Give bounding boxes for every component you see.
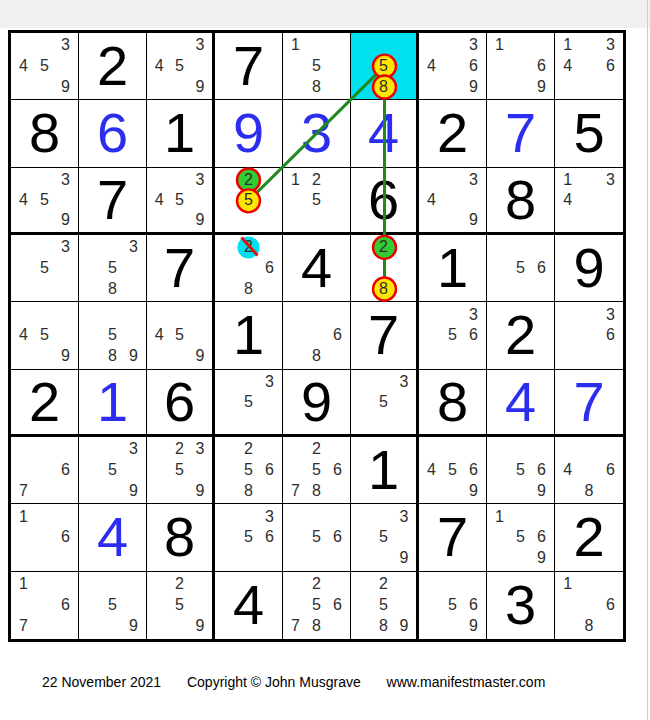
candidate-grid: 2589	[351, 572, 416, 639]
candidate-7	[149, 346, 169, 367]
candidate-8: 8	[238, 481, 259, 502]
candidate-9: 9	[190, 77, 210, 98]
candidate-6: 6	[55, 527, 76, 548]
candidate-3: 3	[190, 35, 210, 56]
candidate-1: 1	[557, 35, 578, 56]
cell-r1c1[interactable]: 3459	[11, 33, 79, 100]
candidate-3	[600, 574, 621, 595]
candidate-1	[217, 506, 238, 527]
cell-r5c6[interactable]: 7	[351, 302, 419, 369]
candidate-9	[531, 279, 552, 300]
cell-r5c5[interactable]: 68	[283, 302, 351, 369]
candidate-7	[285, 77, 306, 98]
given-digit: 8	[29, 105, 60, 161]
candidate-3: 3	[463, 304, 484, 325]
candidate-3	[463, 574, 484, 595]
candidate-6: 6	[531, 56, 552, 77]
cell-r5c4[interactable]: 1	[215, 302, 283, 369]
cell-r2c8[interactable]: 7	[487, 100, 555, 167]
cell-r2c5[interactable]: 3	[283, 100, 351, 167]
candidate-7	[421, 346, 442, 367]
candidate-4	[353, 258, 373, 279]
cell-r4c9[interactable]: 9	[555, 235, 623, 302]
candidate-7	[13, 210, 34, 230]
candidate-4: 4	[421, 56, 442, 77]
candidate-4: 4	[13, 325, 34, 346]
candidate-grid: 25678	[283, 572, 350, 639]
candidate-9	[600, 210, 621, 230]
candidate-4	[285, 460, 306, 481]
candidate-2	[442, 170, 463, 190]
candidate-1	[13, 237, 34, 258]
candidate-3	[531, 506, 552, 527]
candidate-grid: 59	[79, 572, 146, 639]
candidate-3: 3	[55, 237, 76, 258]
candidate-9: 9	[531, 481, 552, 502]
cell-r8c4[interactable]: 356	[215, 504, 283, 571]
cell-r9c7[interactable]: 569	[419, 572, 487, 639]
candidate-2: 2	[169, 439, 189, 460]
candidate-grid: 3459	[11, 33, 78, 99]
candidate-9: 9	[55, 210, 76, 230]
candidate-4	[353, 527, 373, 548]
cell-r4c1[interactable]: 35	[11, 235, 79, 302]
given-digit: 2	[573, 509, 604, 565]
candidate-6	[394, 392, 414, 412]
cell-r1c3[interactable]: 3459	[147, 33, 215, 100]
candidate-5	[34, 460, 55, 481]
candidate-5	[578, 325, 599, 346]
candidate-1: 1	[13, 574, 34, 595]
candidate-6: 6	[327, 595, 348, 616]
cell-r4c7[interactable]: 1	[419, 235, 487, 302]
candidate-7	[285, 210, 306, 230]
cell-r4c8[interactable]: 56	[487, 235, 555, 302]
candidate-4	[489, 258, 510, 279]
candidate-8	[34, 548, 55, 569]
cell-r1c8[interactable]: 169	[487, 33, 555, 100]
candidate-3: 3	[123, 439, 144, 460]
candidate-3	[123, 574, 144, 595]
cell-r8c6[interactable]: 359	[351, 504, 419, 571]
candidate-6: 6	[463, 325, 484, 346]
candidate-4	[421, 595, 442, 616]
given-digit: 5	[573, 105, 604, 161]
cell-r9c2[interactable]: 59	[79, 572, 147, 639]
candidate-5	[510, 56, 531, 77]
candidate-3	[531, 439, 552, 460]
cell-r7c5[interactable]: 25678	[283, 437, 351, 504]
candidate-grid: 36	[555, 302, 623, 368]
candidate-8	[34, 481, 55, 502]
candidate-9	[600, 616, 621, 637]
cell-r8c7[interactable]: 7	[419, 504, 487, 571]
footer-website: www.manifestmaster.com	[387, 674, 546, 690]
candidate-4	[13, 258, 34, 279]
candidate-2	[442, 574, 463, 595]
cell-r3c3[interactable]: 3459	[147, 168, 215, 235]
candidate-2	[578, 35, 599, 56]
candidate-5: 5	[169, 325, 189, 346]
cell-r2c3[interactable]: 1	[147, 100, 215, 167]
candidate-9: 9	[123, 616, 144, 637]
candidate-7: 7	[13, 616, 34, 637]
candidate-grid: 569	[487, 437, 554, 503]
candidate-9: 9	[190, 481, 210, 502]
candidate-7	[421, 616, 442, 637]
candidate-1	[557, 439, 578, 460]
candidate-2	[306, 506, 327, 527]
cell-r6c4[interactable]: 35	[215, 370, 283, 437]
candidate-7	[149, 616, 169, 637]
candidate-5: 5	[442, 325, 463, 346]
cell-r8c8[interactable]: 1569	[487, 504, 555, 571]
candidate-4	[81, 325, 102, 346]
cell-r8c9[interactable]: 2	[555, 504, 623, 571]
candidate-6	[259, 392, 280, 412]
candidate-3	[190, 574, 210, 595]
candidate-9	[600, 346, 621, 367]
cell-r2c6[interactable]: 4	[351, 100, 419, 167]
candidate-7	[149, 481, 169, 502]
cell-r2c9[interactable]: 5	[555, 100, 623, 167]
cell-r5c1[interactable]: 459	[11, 302, 79, 369]
candidate-2	[102, 237, 123, 258]
candidate-9: 9	[394, 616, 414, 637]
cell-r7c1[interactable]: 67	[11, 437, 79, 504]
candidate-1	[149, 170, 169, 190]
cell-r3c5[interactable]: 125	[283, 168, 351, 235]
candidate-5: 5	[34, 258, 55, 279]
candidate-1	[13, 35, 34, 56]
cell-r1c2[interactable]: 2	[79, 33, 147, 100]
cell-r3c9[interactable]: 134	[555, 168, 623, 235]
solved-digit: 7	[505, 105, 536, 161]
candidate-8	[442, 77, 463, 98]
cell-r8c5[interactable]: 56	[283, 504, 351, 571]
footer-caption: 22 November 2021 Copyright © John Musgra…	[42, 674, 642, 690]
candidate-3	[327, 304, 348, 325]
candidate-1: 1	[489, 506, 510, 527]
cell-r9c3[interactable]: 259	[147, 572, 215, 639]
cell-r1c7[interactable]: 3469	[419, 33, 487, 100]
candidate-6	[190, 325, 210, 346]
cell-r3c4[interactable]: 25	[215, 168, 283, 235]
candidate-1	[217, 170, 238, 190]
cell-r7c8[interactable]: 569	[487, 437, 555, 504]
candidate-1	[149, 439, 169, 460]
candidate-9	[327, 210, 348, 230]
cell-r8c3[interactable]: 8	[147, 504, 215, 571]
candidate-9	[259, 548, 280, 569]
candidate-9	[327, 346, 348, 367]
candidate-9: 9	[463, 616, 484, 637]
cell-r1c6[interactable]: 58	[351, 33, 419, 100]
candidate-6: 6	[531, 460, 552, 481]
candidate-9	[327, 616, 348, 637]
cell-r1c9[interactable]: 1346	[555, 33, 623, 100]
candidate-3: 3	[463, 35, 484, 56]
candidate-3	[259, 237, 280, 258]
candidate-6: 6	[463, 56, 484, 77]
cell-r4c5[interactable]: 4	[283, 235, 351, 302]
candidate-8	[169, 481, 189, 502]
candidate-5: 5	[306, 56, 327, 77]
candidate-4	[149, 595, 169, 616]
candidate-2: 2	[238, 237, 259, 258]
cell-r1c5[interactable]: 158	[283, 33, 351, 100]
candidate-grid: 158	[283, 33, 350, 99]
cell-r3c1[interactable]: 3459	[11, 168, 79, 235]
cell-r7c7[interactable]: 4569	[419, 437, 487, 504]
candidate-5	[34, 527, 55, 548]
candidate-grid: 1569	[487, 504, 554, 570]
candidate-8	[169, 210, 189, 230]
candidate-grid: 134	[555, 168, 623, 232]
cell-r6c1[interactable]: 2	[11, 370, 79, 437]
candidate-9: 9	[55, 77, 76, 98]
cell-r9c4[interactable]: 4	[215, 572, 283, 639]
candidate-8	[578, 346, 599, 367]
cell-r1c4[interactable]: 7	[215, 33, 283, 100]
candidate-grid: 168	[555, 572, 623, 639]
candidate-9	[600, 77, 621, 98]
candidate-5: 5	[306, 190, 327, 210]
candidate-2	[510, 35, 531, 56]
cell-r7c2[interactable]: 359	[79, 437, 147, 504]
candidate-4	[353, 392, 373, 412]
candidate-9	[394, 77, 414, 98]
candidate-6: 6	[600, 325, 621, 346]
candidate-3: 3	[259, 506, 280, 527]
candidate-1	[285, 574, 306, 595]
candidate-1	[489, 439, 510, 460]
candidate-1	[149, 304, 169, 325]
candidate-7	[557, 616, 578, 637]
candidate-7	[353, 77, 373, 98]
cell-r4c3[interactable]: 7	[147, 235, 215, 302]
candidate-9	[259, 279, 280, 300]
candidate-3	[327, 506, 348, 527]
candidate-3: 3	[394, 372, 414, 392]
candidate-6: 6	[600, 460, 621, 481]
solved-digit: 3	[301, 105, 332, 161]
cell-r4c4[interactable]: 268	[215, 235, 283, 302]
candidate-2: 2	[238, 439, 259, 460]
candidate-grid: 67	[11, 437, 78, 503]
candidate-3	[55, 574, 76, 595]
cell-r3c8[interactable]: 8	[487, 168, 555, 235]
candidate-4	[489, 527, 510, 548]
candidate-9: 9	[463, 77, 484, 98]
candidate-2	[510, 506, 531, 527]
cell-r9c5[interactable]: 25678	[283, 572, 351, 639]
candidate-8	[102, 616, 123, 637]
given-digit: 6	[368, 172, 399, 228]
candidate-8	[578, 77, 599, 98]
candidate-1	[353, 574, 373, 595]
candidate-9: 9	[463, 481, 484, 502]
cell-r4c2[interactable]: 358	[79, 235, 147, 302]
cell-r8c2[interactable]: 4	[79, 504, 147, 571]
candidate-5	[306, 325, 327, 346]
cell-r6c6[interactable]: 35	[351, 370, 419, 437]
footer-copyright: Copyright © John Musgrave	[187, 674, 361, 690]
candidate-6	[394, 56, 414, 77]
candidate-8	[238, 210, 259, 230]
candidate-7	[81, 279, 102, 300]
candidate-2	[102, 439, 123, 460]
candidate-6	[55, 325, 76, 346]
cell-r3c7[interactable]: 349	[419, 168, 487, 235]
cell-r6c2[interactable]: 1	[79, 370, 147, 437]
candidate-7	[557, 210, 578, 230]
candidate-5: 5	[169, 460, 189, 481]
cell-r8c1[interactable]: 16	[11, 504, 79, 571]
candidate-7	[13, 346, 34, 367]
candidate-7	[489, 548, 510, 569]
candidate-3	[123, 304, 144, 325]
candidate-8: 8	[578, 616, 599, 637]
cell-r6c7[interactable]: 8	[419, 370, 487, 437]
cell-r7c9[interactable]: 468	[555, 437, 623, 504]
cell-r9c9[interactable]: 168	[555, 572, 623, 639]
candidate-9: 9	[190, 346, 210, 367]
candidate-1	[421, 574, 442, 595]
solved-digit: 7	[573, 374, 604, 430]
candidate-9	[123, 279, 144, 300]
candidate-2: 2	[373, 574, 393, 595]
cell-r6c3[interactable]: 6	[147, 370, 215, 437]
candidate-4	[81, 258, 102, 279]
candidate-8: 8	[306, 346, 327, 367]
candidate-2	[169, 304, 189, 325]
candidate-2	[169, 170, 189, 190]
sudoku-board: 3459234597158583469169134686193427534597…	[8, 30, 626, 642]
candidate-2	[442, 35, 463, 56]
given-digit: 1	[233, 307, 264, 363]
cell-r5c8[interactable]: 2	[487, 302, 555, 369]
candidate-1: 1	[285, 35, 306, 56]
given-digit: 7	[437, 509, 468, 565]
candidate-8	[442, 481, 463, 502]
candidate-1: 1	[557, 574, 578, 595]
candidate-3	[531, 35, 552, 56]
cell-r9c8[interactable]: 3	[487, 572, 555, 639]
candidate-7	[13, 279, 34, 300]
candidate-8	[169, 346, 189, 367]
cell-r5c7[interactable]: 356	[419, 302, 487, 369]
candidate-1: 1	[13, 506, 34, 527]
candidate-7	[557, 77, 578, 98]
candidate-7	[353, 279, 373, 300]
cell-r2c1[interactable]: 8	[11, 100, 79, 167]
candidate-6: 6	[600, 56, 621, 77]
candidate-1	[217, 237, 238, 258]
cell-r2c2[interactable]: 6	[79, 100, 147, 167]
candidate-7	[557, 481, 578, 502]
candidate-1	[217, 439, 238, 460]
given-digit: 7	[164, 240, 195, 296]
candidate-9	[327, 481, 348, 502]
cell-r4c6[interactable]: 28	[351, 235, 419, 302]
candidate-7	[149, 77, 169, 98]
candidate-4: 4	[557, 190, 578, 210]
candidate-5: 5	[238, 460, 259, 481]
candidate-8	[510, 548, 531, 569]
cell-r5c9[interactable]: 36	[555, 302, 623, 369]
cell-r5c2[interactable]: 589	[79, 302, 147, 369]
cell-r5c3[interactable]: 459	[147, 302, 215, 369]
candidate-5: 5	[442, 595, 463, 616]
cell-r6c8[interactable]: 4	[487, 370, 555, 437]
given-digit: 9	[573, 240, 604, 296]
candidate-2	[102, 574, 123, 595]
candidate-9	[394, 279, 414, 300]
cell-r7c6[interactable]: 1	[351, 437, 419, 504]
candidate-5: 5	[373, 527, 393, 548]
cell-r6c9[interactable]: 7	[555, 370, 623, 437]
solved-digit: 9	[233, 105, 264, 161]
candidate-5: 5	[102, 460, 123, 481]
candidate-6	[123, 325, 144, 346]
candidate-4	[285, 190, 306, 210]
candidate-6	[190, 460, 210, 481]
cell-r2c4[interactable]: 9	[215, 100, 283, 167]
candidate-7: 7	[285, 616, 306, 637]
candidate-7	[285, 548, 306, 569]
cell-r7c4[interactable]: 2568	[215, 437, 283, 504]
candidate-8	[238, 412, 259, 432]
candidate-1	[13, 304, 34, 325]
cell-r6c5[interactable]: 9	[283, 370, 351, 437]
candidate-7	[353, 548, 373, 569]
candidate-5: 5	[238, 527, 259, 548]
candidate-9	[55, 279, 76, 300]
candidate-7	[557, 346, 578, 367]
cell-r9c6[interactable]: 2589	[351, 572, 419, 639]
candidate-6	[123, 460, 144, 481]
candidate-grid: 4569	[419, 437, 486, 503]
cell-r3c6[interactable]: 6	[351, 168, 419, 235]
candidate-7	[353, 412, 373, 432]
cell-r7c3[interactable]: 2359	[147, 437, 215, 504]
candidate-2	[373, 372, 393, 392]
candidate-7	[421, 481, 442, 502]
candidate-7: 7	[285, 481, 306, 502]
candidate-grid: 68	[283, 302, 350, 368]
candidate-6: 6	[55, 460, 76, 481]
candidate-9: 9	[463, 210, 484, 230]
cell-r2c7[interactable]: 2	[419, 100, 487, 167]
candidate-1	[353, 506, 373, 527]
candidate-6: 6	[600, 595, 621, 616]
candidate-grid: 3459	[147, 33, 212, 99]
given-digit: 8	[164, 509, 195, 565]
candidate-6	[190, 190, 210, 210]
cell-r9c1[interactable]: 167	[11, 572, 79, 639]
solved-digit: 4	[368, 105, 399, 161]
candidate-5: 5	[510, 460, 531, 481]
candidate-grid: 35	[351, 370, 416, 434]
candidate-6: 6	[259, 258, 280, 279]
candidate-5: 5	[306, 460, 327, 481]
candidate-1	[353, 372, 373, 392]
candidate-2	[238, 506, 259, 527]
candidate-7	[13, 548, 34, 569]
cell-r3c2[interactable]: 7	[79, 168, 147, 235]
candidate-4	[13, 595, 34, 616]
